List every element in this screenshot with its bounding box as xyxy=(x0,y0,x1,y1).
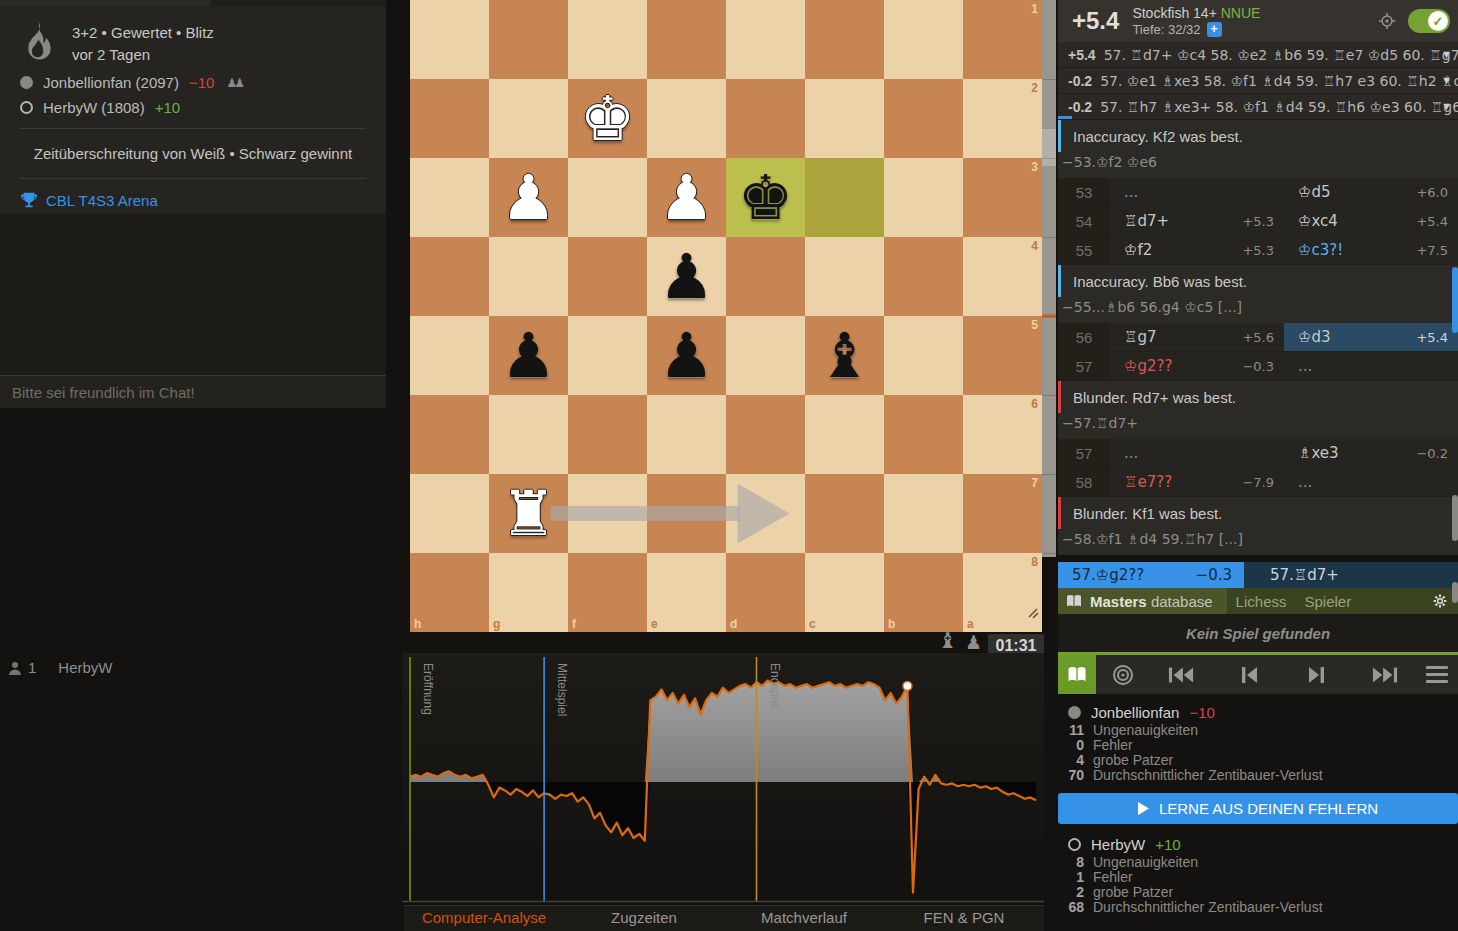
move-number: 58 xyxy=(1058,468,1110,496)
file-label: b xyxy=(888,617,895,631)
square-g6[interactable] xyxy=(489,395,568,474)
rank-label: 2 xyxy=(1031,81,1038,95)
square-g2[interactable] xyxy=(489,79,568,158)
square-a5[interactable]: 5 xyxy=(963,316,1042,395)
comment-variation[interactable]: −53.♔f2 ♔e6 xyxy=(1058,152,1458,178)
engine-nnue-badge: NNUE xyxy=(1221,5,1261,21)
square-a2[interactable]: 2 xyxy=(963,79,1042,158)
captured-bishop-icon: ♝ xyxy=(938,628,958,653)
scrollbar-current-indicator[interactable] xyxy=(1452,267,1458,333)
white-king-f2[interactable]: ♚ xyxy=(568,79,647,158)
move-row: 57...♗xe3−0.2 xyxy=(1058,439,1458,468)
black-move-san: ... xyxy=(1298,473,1448,491)
black-pawn-e5[interactable]: ♟ xyxy=(647,316,726,395)
scrollbar-thumb[interactable] xyxy=(1452,495,1458,541)
square-h5[interactable] xyxy=(410,316,489,395)
move-number: 55 xyxy=(1058,236,1110,264)
rank-label: 8 xyxy=(1031,555,1038,569)
engine-line-eval: +5.4 xyxy=(1058,47,1104,63)
player-row-black[interactable]: Jonbellionfan (2097) −10 ♟♟ xyxy=(20,74,366,91)
square-g8[interactable]: g xyxy=(489,553,568,632)
square-b8[interactable]: b xyxy=(884,553,963,632)
move-number: 53 xyxy=(1058,178,1110,206)
stat-label: Fehler xyxy=(1084,870,1133,885)
square-a7[interactable]: 7 xyxy=(963,474,1042,553)
stat-row: 8Ungenauigkeiten xyxy=(1058,855,1458,870)
move-number: 57 xyxy=(1058,352,1110,380)
black-bishop-c5[interactable]: ♝ xyxy=(805,316,884,395)
menu-icon[interactable] xyxy=(1426,666,1448,683)
white-move-cell[interactable]: ♔f2+5.3 xyxy=(1110,236,1284,264)
chat-input[interactable] xyxy=(0,375,386,408)
stat-value: 2 xyxy=(1058,885,1084,900)
stat-value: 68 xyxy=(1058,900,1084,915)
divider xyxy=(20,178,366,179)
stat-label: Ungenauigkeiten xyxy=(1084,723,1198,738)
black-move-cell[interactable]: ♔d5+6.0 xyxy=(1284,178,1458,206)
white-move-san: ♔g2?? xyxy=(1124,357,1242,375)
square-f4[interactable] xyxy=(568,237,647,316)
engine-line-2[interactable]: -0.257. ♔e1 ♗xe3 58. ♔f1 ♗d4 59. ♖h7 e3 … xyxy=(1058,68,1458,94)
rank-label: 5 xyxy=(1031,318,1038,332)
expand-line-icon[interactable]: ▼ xyxy=(1441,74,1452,86)
white-pawn-g3[interactable]: ♟ xyxy=(489,158,568,237)
square-e4[interactable]: ♟ xyxy=(647,237,726,316)
game-date-label: vor 2 Tagen xyxy=(72,44,214,66)
best-move-san: 57.♖d7+ xyxy=(1270,566,1339,584)
stat-row: 68Durchschnittlicher Zentibauer-Verlust xyxy=(1058,900,1458,915)
square-b4[interactable] xyxy=(884,237,963,316)
move-row: 58♖e7??−7.9... xyxy=(1058,468,1458,497)
rank-label: 7 xyxy=(1031,476,1038,490)
chess-board[interactable]: 1♚2♟♟♚3♟4♟♟♝56♜7hgfedcb8a xyxy=(410,0,1042,632)
tab-player-db[interactable]: Spieler xyxy=(1295,593,1360,610)
engine-header: +5.4 Stockfish 14+ NNUE Tiefe: 32/32 + ✓ xyxy=(1058,0,1458,42)
engine-name: Stockfish 14+ xyxy=(1132,5,1216,21)
tab-fen-pgn[interactable]: FEN & PGN xyxy=(884,906,1044,931)
engine-line-eval: -0.2 xyxy=(1058,73,1100,89)
engine-progress-bar xyxy=(1058,116,1072,119)
black-move-eval: +6.0 xyxy=(1416,185,1448,200)
accuracy-summary: Jonbellionfan −10 11Ungenauigkeiten0Fehl… xyxy=(1058,694,1458,915)
svg-text:Mittelspiel: Mittelspiel xyxy=(555,663,569,716)
played-move-chip[interactable]: 57.♔g2?? −0.3 xyxy=(1058,562,1244,588)
square-d1[interactable] xyxy=(726,0,805,79)
square-d7[interactable] xyxy=(726,474,805,553)
square-c4[interactable] xyxy=(805,237,884,316)
white-rating-change: +10 xyxy=(155,99,180,116)
stat-value: 4 xyxy=(1058,753,1084,768)
game-result-text: Zeitüberschreitung von Weiß • Schwarz ge… xyxy=(20,141,366,166)
comment-variation[interactable]: −58.♔f1 ♗d4 59.♖h7 [...] xyxy=(1058,529,1458,555)
black-move-san: ♔xc4 xyxy=(1298,212,1416,230)
rank-label: 4 xyxy=(1031,239,1038,253)
black-move-eval: +5.4 xyxy=(1416,330,1448,345)
book-icon xyxy=(1066,594,1082,608)
practice-target-icon[interactable] xyxy=(1378,12,1396,30)
white-player-name[interactable]: HerbyW (1808) xyxy=(43,99,145,116)
explorer-gear-icon[interactable] xyxy=(1432,593,1448,609)
square-d8[interactable]: d xyxy=(726,553,805,632)
black-move-san: ♔d3 xyxy=(1298,328,1416,346)
square-g1[interactable] xyxy=(489,0,568,79)
square-g7[interactable]: ♜ xyxy=(489,474,568,553)
black-move-eval: −0.2 xyxy=(1416,446,1448,461)
rank-label: 3 xyxy=(1031,160,1038,174)
black-move-san: ... xyxy=(1298,357,1448,375)
stat-value: 8 xyxy=(1058,855,1084,870)
spectator-list: 1 HerbyW xyxy=(8,659,113,676)
black-move-cell[interactable]: ♔c3?!+7.5 xyxy=(1284,236,1458,264)
black-move-san: ♗xe3 xyxy=(1298,444,1416,462)
inaccuracy-comment: Inaccuracy. Kf2 was best. xyxy=(1058,120,1458,152)
white-move-cell[interactable]: ... xyxy=(1110,178,1284,206)
tournament-name[interactable]: CBL T4S3 Arena xyxy=(46,192,158,209)
black-rating-change: −10 xyxy=(189,74,214,91)
inaccuracy-comment: Inaccuracy. Bb6 was best. xyxy=(1058,265,1458,297)
first-move-button[interactable] xyxy=(1168,665,1194,685)
square-e5[interactable]: ♟ xyxy=(647,316,726,395)
square-g3[interactable]: ♟ xyxy=(489,158,568,237)
engine-line-moves: 57. ♖d7+ ♔c4 58. ♔e2 ♗b6 59. ♖e7 ♔d5 60.… xyxy=(1104,47,1458,63)
time-control-label: 3+2 • Gewertet • Blitz xyxy=(72,22,214,44)
white-color-icon xyxy=(1068,838,1081,851)
square-c6[interactable] xyxy=(805,395,884,474)
square-c7[interactable] xyxy=(805,474,884,553)
square-c1[interactable] xyxy=(805,0,884,79)
expand-line-icon[interactable]: ▼ xyxy=(1441,100,1452,112)
white-move-cell[interactable]: ♖g7+5.6 xyxy=(1110,323,1284,351)
black-pawn-e4[interactable]: ♟ xyxy=(647,237,726,316)
engine-depth: Tiefe: 32/32 xyxy=(1132,22,1200,37)
engine-lines: +5.457. ♖d7+ ♔c4 58. ♔e2 ♗b6 59. ♖e7 ♔d5… xyxy=(1058,42,1458,120)
played-move-eval: −0.3 xyxy=(1196,566,1244,584)
white-move-san: ♖e7?? xyxy=(1124,473,1242,491)
white-pawn-e3[interactable]: ♟ xyxy=(647,158,726,237)
best-move-chip[interactable]: 57.♖d7+ xyxy=(1244,562,1458,588)
square-e3[interactable]: ♟ xyxy=(647,158,726,237)
advantage-chart[interactable]: EröffnungMittelspielEndspiel xyxy=(402,653,1044,905)
square-e6[interactable] xyxy=(647,395,726,474)
square-e1[interactable] xyxy=(647,0,726,79)
square-e7[interactable] xyxy=(647,474,726,553)
black-move-cell[interactable]: ♔xc4+5.4 xyxy=(1284,207,1458,235)
black-move-cell[interactable]: ♔d3+5.4 xyxy=(1284,323,1458,351)
comment-variation[interactable]: −55...♗b6 56.g4 ♔c5 [...] xyxy=(1058,297,1458,323)
tab-computer-analyse[interactable]: Computer-Analyse xyxy=(404,906,564,931)
practice-circles-icon[interactable] xyxy=(1112,664,1134,686)
white-move-san: ... xyxy=(1124,183,1274,201)
file-label: e xyxy=(651,617,658,631)
nav-controls xyxy=(1058,655,1458,694)
black-move-cell[interactable]: ... xyxy=(1284,468,1458,496)
rank-label: 6 xyxy=(1031,397,1038,411)
retro-context-bar: 57.♔g2?? −0.3 57.♖d7+ xyxy=(1058,562,1458,588)
square-b7[interactable] xyxy=(884,474,963,553)
divider xyxy=(20,128,366,129)
move-number: 56 xyxy=(1058,323,1110,351)
square-c8[interactable]: c xyxy=(805,553,884,632)
stat-row: 4grobe Patzer xyxy=(1058,753,1458,768)
white-rook-g7[interactable]: ♜ xyxy=(489,474,568,553)
black-move-eval: +7.5 xyxy=(1416,243,1448,258)
square-f6[interactable] xyxy=(568,395,647,474)
white-move-cell[interactable]: ... xyxy=(1110,439,1284,467)
file-label: a xyxy=(967,617,974,631)
white-stats-change: +10 xyxy=(1155,836,1180,853)
current-move-marker xyxy=(903,681,912,690)
white-move-eval: −7.9 xyxy=(1242,475,1274,490)
stat-label: Durchschnittlicher Zentibauer-Verlust xyxy=(1084,900,1323,915)
stat-label: grobe Patzer xyxy=(1084,753,1173,768)
file-label: h xyxy=(414,617,421,631)
square-h4[interactable] xyxy=(410,237,489,316)
square-a4[interactable]: 4 xyxy=(963,237,1042,316)
white-color-icon xyxy=(20,101,33,114)
file-label: d xyxy=(730,617,737,631)
tab-matchverlauf[interactable]: Matchverlauf xyxy=(724,906,884,931)
blunder-comment: Blunder. Rd7+ was best. xyxy=(1058,381,1458,413)
masters-label: Masters xyxy=(1090,593,1147,610)
square-c3[interactable] xyxy=(805,158,884,237)
move-row: 55♔f2+5.3♔c3?!+7.5 xyxy=(1058,236,1458,265)
stat-row: 11Ungenauigkeiten xyxy=(1058,723,1458,738)
stat-value: 70 xyxy=(1058,768,1084,783)
square-b1[interactable] xyxy=(884,0,963,79)
white-move-eval: +5.3 xyxy=(1242,214,1274,229)
spectator-name[interactable]: HerbyW xyxy=(58,659,112,676)
engine-line-3[interactable]: -0.257. ♖h7 ♗xe3+ 58. ♔f1 ♗d4 59. ♖h6 ♔e… xyxy=(1058,94,1458,120)
square-f8[interactable]: f xyxy=(568,553,647,632)
square-h6[interactable] xyxy=(410,395,489,474)
tab-lichess-db[interactable]: Lichess xyxy=(1227,593,1296,610)
double-pawn-icon: ♟♟ xyxy=(226,76,242,90)
next-move-button[interactable] xyxy=(1307,665,1325,685)
file-label: c xyxy=(809,617,816,631)
engine-line-1[interactable]: +5.457. ♖d7+ ♔c4 58. ♔e2 ♗b6 59. ♖e7 ♔d5… xyxy=(1058,42,1458,68)
white-move-eval: +5.3 xyxy=(1242,243,1274,258)
square-d6[interactable] xyxy=(726,395,805,474)
square-b2[interactable] xyxy=(884,79,963,158)
engine-line-eval: -0.2 xyxy=(1058,99,1100,115)
black-move-cell[interactable]: ♗xe3−0.2 xyxy=(1284,439,1458,467)
engine-toggle[interactable]: ✓ xyxy=(1408,9,1450,33)
stat-row: 2grobe Patzer xyxy=(1058,885,1458,900)
tab-masters-database[interactable]: Masters database xyxy=(1058,588,1227,614)
stat-label: grobe Patzer xyxy=(1084,885,1173,900)
square-a8[interactable]: 8a xyxy=(963,553,1042,632)
eval-gauge xyxy=(1042,0,1056,632)
white-move-cell[interactable]: ♖d7++5.3 xyxy=(1110,207,1284,235)
rank-label: 1 xyxy=(1031,2,1038,16)
square-h2[interactable] xyxy=(410,79,489,158)
square-h1[interactable] xyxy=(410,0,489,79)
square-h3[interactable] xyxy=(410,158,489,237)
square-h8[interactable]: h xyxy=(410,553,489,632)
explorer-scrollbar-thumb[interactable] xyxy=(1452,582,1458,603)
square-f7[interactable] xyxy=(568,474,647,553)
svg-text:Eröffnung: Eröffnung xyxy=(421,663,435,715)
stat-row: 1Fehler xyxy=(1058,870,1458,885)
square-f2[interactable]: ♚ xyxy=(568,79,647,158)
captured-pawn-icon: ♟ xyxy=(965,631,982,653)
square-b3[interactable] xyxy=(884,158,963,237)
white-move-san: ♖d7+ xyxy=(1124,212,1242,230)
move-number: 57 xyxy=(1058,439,1110,467)
white-move-san: ... xyxy=(1124,444,1274,462)
engine-line-moves: 57. ♖h7 ♗xe3+ 58. ♔f1 ♗d4 59. ♖h6 ♔e3 60… xyxy=(1100,99,1458,115)
learn-button-label: LERNE AUS DEINEN FEHLERN xyxy=(1159,800,1378,817)
engine-line-moves: 57. ♔e1 ♗xe3 58. ♔f1 ♗d4 59. ♖h7 e3 60. … xyxy=(1100,73,1458,89)
last-move-button[interactable] xyxy=(1372,665,1398,685)
white-move-san: ♔f2 xyxy=(1124,241,1242,259)
square-g4[interactable] xyxy=(489,237,568,316)
white-move-eval: −0.3 xyxy=(1242,359,1274,374)
move-row: 53...♔d5+6.0 xyxy=(1058,178,1458,207)
lichess-analysis-page: 3+2 • Gewertet • Blitz vor 2 Tagen Jonbe… xyxy=(0,0,1458,931)
add-depth-icon[interactable]: + xyxy=(1207,22,1222,37)
explorer-tabs: Masters database Lichess Spieler xyxy=(1058,588,1458,614)
learn-from-mistakes-button[interactable]: LERNE AUS DEINEN FEHLERN xyxy=(1058,793,1458,824)
expand-line-icon[interactable]: ▼ xyxy=(1441,48,1452,60)
move-row: 56♖g7+5.6♔d3+5.4 xyxy=(1058,323,1458,352)
square-a6[interactable]: 6 xyxy=(963,395,1042,474)
file-label: g xyxy=(493,617,500,631)
white-move-cell[interactable]: ♔g2??−0.3 xyxy=(1110,352,1284,380)
square-b6[interactable] xyxy=(884,395,963,474)
database-label: database xyxy=(1151,593,1213,610)
stat-value: 0 xyxy=(1058,738,1084,753)
advantage-chart-svg[interactable]: EröffnungMittelspielEndspiel xyxy=(402,653,1044,905)
trophy-icon xyxy=(20,191,38,209)
tournament-link[interactable]: CBL T4S3 Arena xyxy=(20,191,366,209)
square-a1[interactable]: 1 xyxy=(963,0,1042,79)
comment-variation[interactable]: −57.♖d7+ xyxy=(1058,413,1458,439)
move-row: 57♔g2??−0.3... xyxy=(1058,352,1458,381)
white-move-san: ♖g7 xyxy=(1124,328,1242,346)
black-move-eval: +5.4 xyxy=(1416,214,1448,229)
stat-value: 11 xyxy=(1058,723,1084,738)
stat-row: 0Fehler xyxy=(1058,738,1458,753)
person-icon xyxy=(8,661,22,675)
player-row-white[interactable]: HerbyW (1808) +10 xyxy=(20,99,366,116)
square-c5[interactable]: ♝ xyxy=(805,316,884,395)
white-move-eval: +5.6 xyxy=(1242,330,1274,345)
game-meta-card: 3+2 • Gewertet • Blitz vor 2 Tagen Jonbe… xyxy=(0,6,386,214)
black-move-cell[interactable]: ... xyxy=(1284,352,1458,380)
board-resize-handle[interactable] xyxy=(1026,606,1040,620)
black-color-icon xyxy=(20,76,33,89)
black-move-san: ♔d5 xyxy=(1298,183,1416,201)
tab-zugzeiten[interactable]: Zugzeiten xyxy=(564,906,724,931)
svg-text:Endspiel: Endspiel xyxy=(768,663,782,709)
move-number: 54 xyxy=(1058,207,1110,235)
square-e2[interactable] xyxy=(647,79,726,158)
move-row: 54♖d7++5.3♔xc4+5.4 xyxy=(1058,207,1458,236)
stat-value: 1 xyxy=(1058,870,1084,885)
engine-eval: +5.4 xyxy=(1058,7,1132,35)
square-b5[interactable] xyxy=(884,316,963,395)
square-f5[interactable] xyxy=(568,316,647,395)
move-list: Inaccuracy. Kf2 was best.−53.♔f2 ♔e653..… xyxy=(1058,120,1458,555)
explorer-toggle-button[interactable] xyxy=(1058,655,1096,694)
square-d3[interactable]: ♚ xyxy=(726,158,805,237)
black-pawn-g5[interactable]: ♟ xyxy=(489,316,568,395)
black-king-d3[interactable]: ♚ xyxy=(726,158,805,237)
file-label: f xyxy=(572,617,576,631)
black-player-name[interactable]: Jonbellionfan (2097) xyxy=(43,74,179,91)
stat-label: Durchschnittlicher Zentibauer-Verlust xyxy=(1084,768,1323,783)
black-stats-name: Jonbellionfan xyxy=(1091,704,1179,721)
stat-row: 70Durchschnittlicher Zentibauer-Verlust xyxy=(1058,768,1458,783)
explorer-empty-message: Kein Spiel gefunden xyxy=(1058,614,1458,652)
blunder-comment: Blunder. Kf1 was best. xyxy=(1058,497,1458,529)
square-f3[interactable] xyxy=(568,158,647,237)
square-d4[interactable] xyxy=(726,237,805,316)
played-move-san: 57.♔g2?? xyxy=(1058,566,1196,584)
blitz-flame-icon xyxy=(20,22,56,66)
stat-label: Fehler xyxy=(1084,738,1133,753)
analysis-panel: +5.4 Stockfish 14+ NNUE Tiefe: 32/32 + ✓… xyxy=(1058,0,1458,931)
black-color-icon xyxy=(1068,706,1081,719)
stat-label: Ungenauigkeiten xyxy=(1084,855,1198,870)
square-c2[interactable] xyxy=(805,79,884,158)
square-f1[interactable] xyxy=(568,0,647,79)
white-stats-name: HerbyW xyxy=(1091,836,1145,853)
square-d5[interactable] xyxy=(726,316,805,395)
square-h7[interactable] xyxy=(410,474,489,553)
square-a3[interactable]: 3 xyxy=(963,158,1042,237)
spectator-count: 1 xyxy=(28,659,36,676)
prev-move-button[interactable] xyxy=(1241,665,1259,685)
black-move-san: ♔c3?! xyxy=(1298,241,1416,259)
black-stats-change: −10 xyxy=(1189,704,1214,721)
square-g5[interactable]: ♟ xyxy=(489,316,568,395)
white-move-cell[interactable]: ♖e7??−7.9 xyxy=(1110,468,1284,496)
square-e8[interactable]: e xyxy=(647,553,726,632)
analysis-tabs: Computer-AnalyseZugzeitenMatchverlaufFEN… xyxy=(404,905,1044,931)
square-d2[interactable] xyxy=(726,79,805,158)
